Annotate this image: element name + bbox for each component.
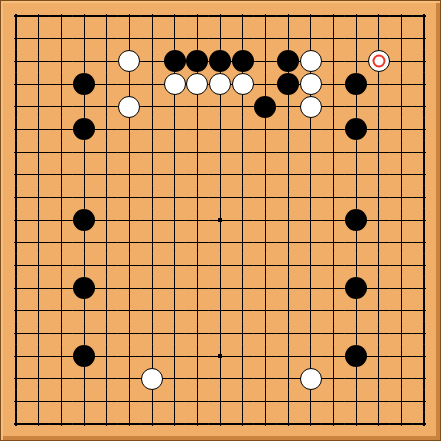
intersection[interactable] [299,277,322,300]
intersection[interactable] [367,50,390,73]
intersection[interactable] [390,254,413,277]
intersection[interactable] [413,73,436,96]
intersection[interactable] [209,118,232,141]
intersection[interactable] [209,254,232,277]
intersection[interactable] [299,390,322,413]
intersection[interactable] [413,27,436,50]
intersection[interactable] [413,50,436,73]
intersection[interactable] [27,27,50,50]
intersection[interactable] [118,5,141,28]
intersection[interactable] [118,95,141,118]
intersection[interactable] [27,50,50,73]
intersection[interactable] [322,5,345,28]
intersection[interactable] [322,345,345,368]
intersection[interactable] [209,390,232,413]
intersection[interactable] [73,209,96,232]
intersection[interactable] [390,209,413,232]
intersection[interactable] [299,118,322,141]
intersection[interactable] [186,5,209,28]
intersection[interactable] [186,73,209,96]
intersection[interactable] [73,299,96,322]
intersection[interactable] [231,390,254,413]
intersection[interactable] [390,367,413,390]
intersection[interactable] [231,163,254,186]
intersection[interactable] [163,186,186,209]
intersection[interactable] [231,299,254,322]
intersection[interactable] [186,254,209,277]
intersection[interactable] [73,95,96,118]
intersection[interactable] [73,163,96,186]
intersection[interactable] [413,231,436,254]
intersection[interactable] [209,186,232,209]
intersection[interactable] [50,299,73,322]
intersection[interactable] [73,50,96,73]
intersection[interactable] [118,209,141,232]
intersection[interactable] [186,345,209,368]
intersection[interactable] [186,209,209,232]
intersection[interactable] [95,73,118,96]
intersection[interactable] [322,231,345,254]
intersection[interactable] [390,299,413,322]
intersection[interactable] [141,95,164,118]
intersection[interactable] [367,277,390,300]
intersection[interactable] [299,186,322,209]
intersection[interactable] [95,231,118,254]
intersection[interactable] [5,299,28,322]
intersection[interactable] [254,277,277,300]
intersection[interactable] [231,73,254,96]
intersection[interactable] [345,73,368,96]
intersection[interactable] [390,186,413,209]
intersection[interactable] [345,413,368,436]
intersection[interactable] [5,163,28,186]
intersection[interactable] [367,118,390,141]
intersection[interactable] [141,322,164,345]
intersection[interactable] [73,27,96,50]
intersection[interactable] [209,5,232,28]
intersection[interactable] [5,413,28,436]
intersection[interactable] [254,390,277,413]
intersection[interactable] [322,390,345,413]
intersection[interactable] [413,186,436,209]
intersection[interactable] [390,73,413,96]
intersection[interactable] [345,95,368,118]
intersection[interactable] [73,231,96,254]
intersection[interactable] [118,231,141,254]
intersection[interactable] [390,50,413,73]
intersection[interactable] [73,367,96,390]
intersection[interactable] [163,5,186,28]
intersection[interactable] [5,73,28,96]
intersection[interactable] [95,186,118,209]
intersection[interactable] [231,5,254,28]
intersection[interactable] [413,390,436,413]
intersection[interactable] [186,367,209,390]
intersection[interactable] [186,231,209,254]
intersection[interactable] [209,277,232,300]
intersection[interactable] [27,277,50,300]
intersection[interactable] [231,209,254,232]
intersection[interactable] [299,27,322,50]
intersection[interactable] [299,367,322,390]
intersection[interactable] [209,209,232,232]
intersection[interactable] [50,163,73,186]
intersection[interactable] [118,27,141,50]
intersection[interactable] [299,413,322,436]
intersection[interactable] [277,322,300,345]
intersection[interactable] [50,322,73,345]
intersection[interactable] [390,95,413,118]
intersection[interactable] [186,141,209,164]
intersection[interactable] [277,27,300,50]
intersection[interactable] [299,5,322,28]
intersection[interactable] [95,390,118,413]
intersection[interactable] [118,118,141,141]
intersection[interactable] [345,254,368,277]
intersection[interactable] [186,299,209,322]
intersection[interactable] [95,413,118,436]
intersection[interactable] [27,345,50,368]
intersection[interactable] [322,322,345,345]
intersection[interactable] [5,322,28,345]
intersection[interactable] [209,345,232,368]
intersection[interactable] [367,390,390,413]
intersection[interactable] [254,95,277,118]
intersection[interactable] [390,141,413,164]
intersection[interactable] [209,73,232,96]
intersection[interactable] [345,367,368,390]
intersection[interactable] [277,50,300,73]
intersection[interactable] [299,209,322,232]
intersection[interactable] [345,209,368,232]
intersection[interactable] [118,163,141,186]
intersection[interactable] [322,50,345,73]
intersection[interactable] [141,73,164,96]
intersection[interactable] [163,345,186,368]
intersection[interactable] [141,367,164,390]
intersection[interactable] [322,299,345,322]
intersection[interactable] [209,50,232,73]
intersection[interactable] [186,95,209,118]
intersection[interactable] [277,299,300,322]
intersection[interactable] [141,118,164,141]
intersection[interactable] [390,413,413,436]
intersection[interactable] [5,5,28,28]
intersection[interactable] [277,95,300,118]
intersection[interactable] [50,345,73,368]
intersection[interactable] [345,299,368,322]
intersection[interactable] [209,322,232,345]
intersection[interactable] [413,5,436,28]
intersection[interactable] [50,95,73,118]
intersection[interactable] [345,186,368,209]
intersection[interactable] [95,118,118,141]
intersection[interactable] [390,27,413,50]
intersection[interactable] [231,277,254,300]
intersection[interactable] [209,27,232,50]
intersection[interactable] [27,186,50,209]
intersection[interactable] [73,277,96,300]
intersection[interactable] [163,209,186,232]
intersection[interactable] [50,277,73,300]
intersection[interactable] [27,254,50,277]
intersection[interactable] [95,27,118,50]
intersection[interactable] [5,209,28,232]
intersection[interactable] [163,163,186,186]
intersection[interactable] [299,95,322,118]
intersection[interactable] [5,231,28,254]
intersection[interactable] [27,5,50,28]
intersection[interactable] [186,163,209,186]
intersection[interactable] [95,50,118,73]
intersection[interactable] [27,413,50,436]
intersection[interactable] [367,254,390,277]
intersection[interactable] [50,231,73,254]
intersection[interactable] [141,345,164,368]
intersection[interactable] [186,277,209,300]
intersection[interactable] [73,186,96,209]
intersection[interactable] [50,73,73,96]
intersection[interactable] [118,186,141,209]
intersection[interactable] [95,322,118,345]
intersection[interactable] [27,141,50,164]
intersection[interactable] [5,254,28,277]
intersection[interactable] [209,413,232,436]
intersection[interactable] [254,254,277,277]
intersection[interactable] [345,345,368,368]
intersection[interactable] [367,322,390,345]
intersection[interactable] [163,73,186,96]
intersection[interactable] [413,345,436,368]
intersection[interactable] [118,367,141,390]
intersection[interactable] [277,254,300,277]
intersection[interactable] [367,73,390,96]
intersection[interactable] [367,367,390,390]
intersection[interactable] [163,277,186,300]
intersection[interactable] [141,231,164,254]
intersection[interactable] [50,390,73,413]
intersection[interactable] [73,118,96,141]
intersection[interactable] [231,95,254,118]
intersection[interactable] [163,95,186,118]
intersection[interactable] [186,27,209,50]
intersection[interactable] [254,50,277,73]
intersection[interactable] [254,299,277,322]
intersection[interactable] [231,367,254,390]
intersection[interactable] [186,186,209,209]
intersection[interactable] [299,299,322,322]
intersection[interactable] [254,118,277,141]
intersection[interactable] [254,209,277,232]
intersection[interactable] [367,413,390,436]
intersection[interactable] [345,27,368,50]
intersection[interactable] [163,299,186,322]
intersection[interactable] [27,73,50,96]
intersection[interactable] [322,118,345,141]
intersection[interactable] [367,95,390,118]
intersection[interactable] [390,322,413,345]
intersection[interactable] [413,254,436,277]
intersection[interactable] [254,163,277,186]
intersection[interactable] [209,299,232,322]
intersection[interactable] [118,390,141,413]
intersection[interactable] [141,390,164,413]
intersection[interactable] [413,322,436,345]
intersection[interactable] [209,163,232,186]
intersection[interactable] [345,141,368,164]
intersection[interactable] [299,141,322,164]
intersection[interactable] [50,50,73,73]
intersection[interactable] [5,367,28,390]
intersection[interactable] [254,367,277,390]
intersection[interactable] [5,345,28,368]
intersection[interactable] [345,50,368,73]
intersection[interactable] [277,5,300,28]
intersection[interactable] [231,27,254,50]
intersection[interactable] [50,5,73,28]
intersection[interactable] [27,390,50,413]
intersection[interactable] [231,345,254,368]
intersection[interactable] [413,95,436,118]
intersection[interactable] [390,163,413,186]
intersection[interactable] [141,209,164,232]
intersection[interactable] [277,390,300,413]
intersection[interactable] [141,163,164,186]
intersection[interactable] [50,413,73,436]
intersection[interactable] [163,367,186,390]
intersection[interactable] [27,322,50,345]
intersection[interactable] [95,299,118,322]
intersection[interactable] [73,390,96,413]
intersection[interactable] [73,413,96,436]
intersection[interactable] [231,231,254,254]
intersection[interactable] [322,163,345,186]
intersection[interactable] [277,141,300,164]
intersection[interactable] [345,163,368,186]
intersection[interactable] [299,254,322,277]
intersection[interactable] [141,254,164,277]
intersection[interactable] [413,118,436,141]
intersection[interactable] [95,209,118,232]
intersection[interactable] [95,367,118,390]
intersection[interactable] [118,73,141,96]
intersection[interactable] [118,277,141,300]
intersection[interactable] [367,345,390,368]
intersection[interactable] [27,95,50,118]
intersection[interactable] [186,413,209,436]
intersection[interactable] [345,118,368,141]
intersection[interactable] [95,141,118,164]
intersection[interactable] [345,231,368,254]
intersection[interactable] [5,118,28,141]
intersection[interactable] [50,186,73,209]
intersection[interactable] [322,277,345,300]
intersection[interactable] [254,231,277,254]
intersection[interactable] [50,367,73,390]
intersection[interactable] [254,27,277,50]
intersection[interactable] [277,73,300,96]
intersection[interactable] [5,141,28,164]
intersection[interactable] [118,254,141,277]
intersection[interactable] [390,345,413,368]
intersection[interactable] [5,50,28,73]
intersection[interactable] [231,141,254,164]
intersection[interactable] [50,254,73,277]
intersection[interactable] [299,345,322,368]
intersection[interactable] [50,141,73,164]
intersection[interactable] [163,231,186,254]
intersection[interactable] [367,27,390,50]
intersection[interactable] [367,5,390,28]
intersection[interactable] [95,277,118,300]
intersection[interactable] [322,186,345,209]
intersection[interactable] [367,231,390,254]
intersection[interactable] [5,277,28,300]
intersection[interactable] [367,163,390,186]
intersection[interactable] [186,118,209,141]
intersection[interactable] [367,141,390,164]
intersection[interactable] [141,299,164,322]
intersection[interactable] [95,345,118,368]
intersection[interactable] [277,186,300,209]
intersection[interactable] [73,322,96,345]
intersection[interactable] [254,73,277,96]
intersection[interactable] [5,390,28,413]
intersection[interactable] [95,163,118,186]
intersection[interactable] [163,413,186,436]
intersection[interactable] [27,163,50,186]
intersection[interactable] [118,413,141,436]
intersection[interactable] [73,5,96,28]
intersection[interactable] [5,95,28,118]
intersection[interactable] [5,186,28,209]
intersection[interactable] [209,231,232,254]
intersection[interactable] [163,50,186,73]
intersection[interactable] [209,141,232,164]
intersection[interactable] [254,141,277,164]
intersection[interactable] [95,95,118,118]
intersection[interactable] [322,27,345,50]
intersection[interactable] [50,118,73,141]
intersection[interactable] [141,413,164,436]
intersection[interactable] [141,141,164,164]
intersection[interactable] [322,367,345,390]
intersection[interactable] [231,50,254,73]
intersection[interactable] [163,118,186,141]
intersection[interactable] [73,73,96,96]
intersection[interactable] [322,141,345,164]
intersection[interactable] [277,413,300,436]
intersection[interactable] [413,299,436,322]
intersection[interactable] [367,186,390,209]
intersection[interactable] [277,367,300,390]
intersection[interactable] [163,141,186,164]
intersection[interactable] [186,390,209,413]
intersection[interactable] [299,50,322,73]
intersection[interactable] [390,231,413,254]
intersection[interactable] [277,163,300,186]
intersection[interactable] [27,209,50,232]
intersection[interactable] [27,231,50,254]
intersection[interactable] [118,345,141,368]
intersection[interactable] [322,209,345,232]
intersection[interactable] [277,277,300,300]
intersection[interactable] [95,5,118,28]
intersection[interactable] [413,367,436,390]
intersection[interactable] [209,95,232,118]
intersection[interactable] [163,390,186,413]
intersection[interactable] [254,413,277,436]
